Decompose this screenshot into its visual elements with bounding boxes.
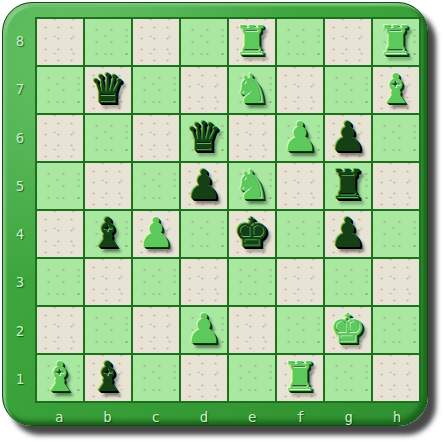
square-a6[interactable] [37, 115, 83, 161]
file-label-c: c [132, 404, 180, 429]
square-f4[interactable] [277, 211, 323, 257]
square-c6[interactable] [133, 115, 179, 161]
piece-black-pawn: ♟ [330, 115, 367, 159]
square-f7[interactable] [277, 67, 323, 113]
square-b8[interactable] [85, 19, 131, 65]
rank-label-5: 5 [7, 162, 33, 210]
piece-black-bishop: ♝ [90, 211, 127, 255]
piece-white-rook: ♜ [282, 355, 319, 399]
square-d8[interactable] [181, 19, 227, 65]
piece-white-knight: ♞ [234, 67, 271, 111]
rank-label-4: 4 [7, 210, 33, 258]
square-c5[interactable] [133, 163, 179, 209]
square-a2[interactable] [37, 307, 83, 353]
piece-black-pawn: ♟ [186, 163, 223, 207]
square-a3[interactable] [37, 259, 83, 305]
square-b5[interactable] [85, 163, 131, 209]
piece-white-pawn: ♟ [282, 115, 319, 159]
square-c1[interactable] [133, 355, 179, 401]
rank-label-3: 3 [7, 258, 33, 306]
square-b6[interactable] [85, 115, 131, 161]
square-h3[interactable] [373, 259, 419, 305]
piece-black-bishop: ♝ [90, 355, 127, 399]
square-a4[interactable] [37, 211, 83, 257]
chess-app-window: 87654321 ♜♜♛♞♝♛♟♟♟♞♜♝♟♚♟♟♚♝♝♜ abcdefgh [0, 0, 444, 442]
file-labels: abcdefgh [35, 404, 421, 429]
piece-white-pawn: ♟ [138, 211, 175, 255]
square-d1[interactable] [181, 355, 227, 401]
piece-white-bishop: ♝ [42, 355, 79, 399]
piece-black-king: ♚ [234, 211, 271, 255]
square-h8[interactable]: ♜ [373, 19, 419, 65]
square-b4[interactable]: ♝ [85, 211, 131, 257]
square-e7[interactable]: ♞ [229, 67, 275, 113]
square-e6[interactable] [229, 115, 275, 161]
square-a8[interactable] [37, 19, 83, 65]
square-g6[interactable]: ♟ [325, 115, 371, 161]
piece-black-rook: ♜ [330, 163, 367, 207]
piece-white-pawn: ♟ [186, 307, 223, 351]
square-f5[interactable] [277, 163, 323, 209]
square-h2[interactable] [373, 307, 419, 353]
square-b1[interactable]: ♝ [85, 355, 131, 401]
square-h4[interactable] [373, 211, 419, 257]
square-e3[interactable] [229, 259, 275, 305]
square-c2[interactable] [133, 307, 179, 353]
board-frame: 87654321 ♜♜♛♞♝♛♟♟♟♞♜♝♟♚♟♟♚♝♝♜ abcdefgh [2, 2, 428, 426]
square-c4[interactable]: ♟ [133, 211, 179, 257]
file-label-b: b [83, 404, 131, 429]
square-f8[interactable] [277, 19, 323, 65]
square-g8[interactable] [325, 19, 371, 65]
file-label-d: d [180, 404, 228, 429]
rank-label-2: 2 [7, 307, 33, 355]
file-label-a: a [35, 404, 83, 429]
square-h5[interactable] [373, 163, 419, 209]
rank-labels: 87654321 [7, 17, 33, 403]
square-a5[interactable] [37, 163, 83, 209]
file-label-g: g [325, 404, 373, 429]
square-d6[interactable]: ♛ [181, 115, 227, 161]
file-label-e: e [228, 404, 276, 429]
square-e2[interactable] [229, 307, 275, 353]
square-g4[interactable]: ♟ [325, 211, 371, 257]
rank-label-7: 7 [7, 65, 33, 113]
square-d7[interactable] [181, 67, 227, 113]
square-b7[interactable]: ♛ [85, 67, 131, 113]
rank-label-8: 8 [7, 17, 33, 65]
square-e1[interactable] [229, 355, 275, 401]
square-h6[interactable] [373, 115, 419, 161]
square-e8[interactable]: ♜ [229, 19, 275, 65]
square-d2[interactable]: ♟ [181, 307, 227, 353]
square-f3[interactable] [277, 259, 323, 305]
piece-black-queen: ♛ [186, 115, 223, 159]
square-g7[interactable] [325, 67, 371, 113]
board-grid: ♜♜♛♞♝♛♟♟♟♞♜♝♟♚♟♟♚♝♝♜ [35, 17, 421, 403]
square-a1[interactable]: ♝ [37, 355, 83, 401]
file-label-f: f [276, 404, 324, 429]
piece-black-pawn: ♟ [330, 211, 367, 255]
square-e4[interactable]: ♚ [229, 211, 275, 257]
square-g5[interactable]: ♜ [325, 163, 371, 209]
piece-white-bishop: ♝ [378, 67, 415, 111]
square-g1[interactable] [325, 355, 371, 401]
square-a7[interactable] [37, 67, 83, 113]
square-b2[interactable] [85, 307, 131, 353]
square-f2[interactable] [277, 307, 323, 353]
piece-white-rook: ♜ [234, 19, 271, 63]
square-h7[interactable]: ♝ [373, 67, 419, 113]
square-g2[interactable]: ♚ [325, 307, 371, 353]
file-label-h: h [373, 404, 421, 429]
square-c7[interactable] [133, 67, 179, 113]
piece-black-queen: ♛ [90, 67, 127, 111]
square-c3[interactable] [133, 259, 179, 305]
square-e5[interactable]: ♞ [229, 163, 275, 209]
piece-white-rook: ♜ [378, 19, 415, 63]
rank-label-6: 6 [7, 114, 33, 162]
square-g3[interactable] [325, 259, 371, 305]
square-d5[interactable]: ♟ [181, 163, 227, 209]
square-b3[interactable] [85, 259, 131, 305]
square-d3[interactable] [181, 259, 227, 305]
square-f1[interactable]: ♜ [277, 355, 323, 401]
square-h1[interactable] [373, 355, 419, 401]
piece-white-knight: ♞ [234, 163, 271, 207]
square-f6[interactable]: ♟ [277, 115, 323, 161]
square-c8[interactable] [133, 19, 179, 65]
piece-white-king: ♚ [330, 307, 367, 351]
rank-label-1: 1 [7, 355, 33, 403]
square-d4[interactable] [181, 211, 227, 257]
